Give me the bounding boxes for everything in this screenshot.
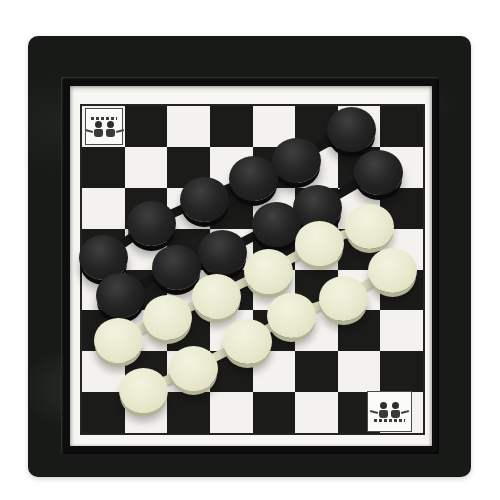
photo-stage	[0, 0, 500, 500]
white-checker-piece[interactable]	[94, 318, 143, 363]
square-b8[interactable]	[125, 106, 168, 147]
white-checker-piece[interactable]	[143, 295, 192, 340]
white-checker-piece[interactable]	[192, 274, 241, 319]
black-checker-piece[interactable]	[152, 245, 201, 290]
maker-logo-top-left	[85, 108, 123, 145]
black-checker-piece[interactable]	[180, 177, 229, 222]
square-a7[interactable]	[82, 147, 125, 188]
white-checker-piece[interactable]	[119, 368, 168, 413]
black-checker-piece[interactable]	[272, 138, 321, 183]
white-checker-piece[interactable]	[223, 319, 272, 364]
black-checker-piece[interactable]	[198, 230, 247, 275]
white-checker-piece[interactable]	[319, 276, 368, 321]
black-checker-piece[interactable]	[96, 273, 145, 318]
black-checker-piece[interactable]	[354, 150, 403, 195]
wing-icon	[84, 129, 92, 133]
square-h3[interactable]	[380, 310, 423, 351]
square-d1[interactable]	[210, 392, 253, 433]
white-checker-piece[interactable]	[169, 346, 218, 391]
twins-icon	[379, 402, 400, 418]
white-checker-piece[interactable]	[295, 221, 344, 266]
square-g2[interactable]	[338, 351, 381, 392]
maker-logo-bottom-right	[367, 391, 412, 432]
illegible-text	[374, 419, 405, 422]
square-e1[interactable]	[253, 392, 296, 433]
twins-icon	[94, 121, 115, 137]
black-checker-piece[interactable]	[127, 201, 176, 246]
illegible-text	[91, 117, 117, 120]
square-d8[interactable]	[210, 106, 253, 147]
square-a1[interactable]	[82, 392, 125, 433]
square-c1[interactable]	[167, 392, 210, 433]
white-checker-piece[interactable]	[244, 249, 293, 294]
square-a6[interactable]	[82, 188, 125, 229]
white-checker-piece[interactable]	[345, 204, 394, 249]
square-f2[interactable]	[295, 351, 338, 392]
wing-icon	[401, 410, 409, 414]
square-h2[interactable]	[380, 351, 423, 392]
black-checker-piece[interactable]	[252, 202, 301, 247]
black-checker-piece[interactable]	[327, 107, 376, 152]
white-checker-piece[interactable]	[267, 293, 316, 338]
black-checker-piece[interactable]	[229, 156, 278, 201]
square-b7[interactable]	[125, 147, 168, 188]
square-c8[interactable]	[167, 106, 210, 147]
wing-icon	[370, 410, 378, 414]
wing-icon	[115, 129, 123, 133]
square-h8[interactable]	[380, 106, 423, 147]
white-checker-piece[interactable]	[368, 248, 417, 293]
square-f1[interactable]	[295, 392, 338, 433]
